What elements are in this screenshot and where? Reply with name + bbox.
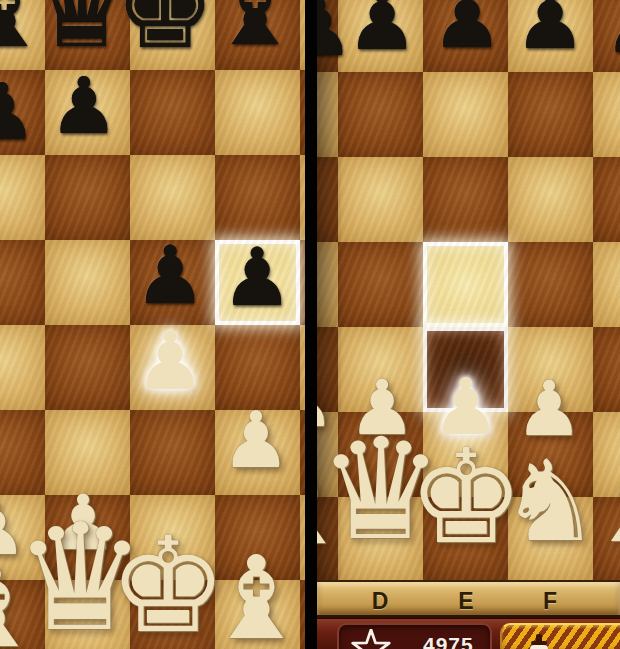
white-bishop-g1[interactable]: ♝ — [587, 446, 620, 558]
square-g4[interactable] — [300, 325, 305, 410]
square-f6[interactable] — [508, 72, 593, 157]
square-g7[interactable] — [300, 70, 305, 155]
white-pawn-e4[interactable]: ♟ — [134, 322, 206, 402]
bottom-hud: 4975 — [317, 618, 620, 649]
square-f4[interactable] — [508, 242, 593, 327]
square-c4[interactable] — [0, 325, 45, 410]
black-bishop-c8[interactable]: ♝ — [0, 0, 49, 62]
square-g6[interactable] — [593, 72, 620, 157]
square-d5[interactable] — [338, 157, 423, 242]
square-g3[interactable] — [300, 410, 305, 495]
rating-panel: 4975 — [337, 623, 492, 649]
white-pawn-f3[interactable]: ♟ — [221, 401, 291, 479]
black-pawn-e5[interactable]: ♟ — [134, 236, 206, 316]
file-label-bar: DEF — [317, 580, 620, 618]
square-g5[interactable] — [300, 240, 305, 325]
white-bishop-f1[interactable]: ♝ — [204, 541, 305, 649]
square-g8[interactable] — [300, 0, 305, 70]
board-panel-left: ♝♛♚♝♟♟♟♟♟♟♟♟♛♚♝♝ — [0, 0, 305, 649]
square-g4[interactable] — [593, 242, 620, 327]
square-d4[interactable] — [338, 242, 423, 327]
black-pawn-f5[interactable]: ♟ — [221, 238, 293, 318]
square-d5[interactable] — [45, 240, 130, 325]
square-c5[interactable] — [0, 240, 45, 325]
square-c6[interactable] — [0, 155, 45, 240]
file-label-e: E — [458, 588, 473, 615]
black-king-e8[interactable]: ♚ — [115, 0, 215, 64]
black-pawn-f7[interactable]: ♟ — [514, 0, 586, 61]
square-e4[interactable] — [423, 242, 508, 327]
rating-value: 4975 — [423, 633, 474, 649]
white-bishop-c1[interactable]: ♝ — [317, 448, 349, 560]
piece-stand-icon — [529, 634, 549, 649]
square-c6[interactable] — [317, 72, 338, 157]
black-pawn-g7[interactable]: ♟ — [604, 0, 620, 64]
board-panel-right: ♟♟♟♟♟♟♟♟♟♛♚♞♝♝ DEF 4975 — [317, 0, 620, 649]
square-e7[interactable] — [130, 70, 215, 155]
black-pawn-c7[interactable]: ♟ — [0, 73, 37, 151]
square-d4[interactable] — [45, 325, 130, 410]
striped-button[interactable] — [500, 623, 620, 649]
file-label-f: F — [543, 588, 557, 615]
square-f5[interactable] — [508, 157, 593, 242]
black-pawn-d7[interactable]: ♟ — [346, 0, 418, 62]
square-e6[interactable] — [130, 155, 215, 240]
file-label-d: D — [372, 588, 389, 615]
square-g3[interactable] — [593, 327, 620, 412]
square-e3[interactable] — [130, 410, 215, 495]
square-g5[interactable] — [593, 157, 620, 242]
square-e6[interactable] — [423, 72, 508, 157]
square-g6[interactable] — [300, 155, 305, 240]
black-pawn-e7[interactable]: ♟ — [431, 0, 503, 60]
square-c3[interactable] — [0, 410, 45, 495]
black-pawn-c7[interactable]: ♟ — [317, 0, 354, 67]
black-bishop-f8[interactable]: ♝ — [210, 0, 300, 60]
white-bishop-c1[interactable]: ♝ — [0, 553, 41, 649]
app-screenshot: ♝♛♚♝♟♟♟♟♟♟♟♟♛♚♝♝ ♟♟♟♟♟♟♟♟♟♛♚♞♝♝ DEF 4975 — [0, 0, 620, 649]
star-icon — [350, 629, 392, 649]
square-f6[interactable] — [215, 155, 300, 240]
square-f7[interactable] — [215, 70, 300, 155]
black-pawn-d7[interactable]: ♟ — [49, 67, 119, 145]
square-c4[interactable] — [317, 242, 338, 327]
square-d6[interactable] — [45, 155, 130, 240]
square-d6[interactable] — [338, 72, 423, 157]
square-e5[interactable] — [423, 157, 508, 242]
square-c5[interactable] — [317, 157, 338, 242]
white-knight-f1[interactable]: ♞ — [500, 445, 600, 557]
